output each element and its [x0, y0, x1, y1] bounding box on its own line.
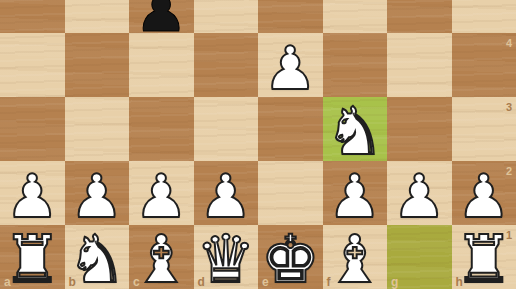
white-pawn[interactable]: ♟	[199, 166, 253, 226]
square-c1[interactable]: ♝c	[129, 225, 194, 289]
white-bishop[interactable]: ♝	[325, 227, 384, 289]
white-pawn[interactable]: ♟	[328, 166, 382, 226]
square-h1[interactable]: ♜1h	[452, 225, 516, 289]
square-a2[interactable]: ♟	[0, 161, 65, 225]
white-queen[interactable]: ♛	[196, 227, 255, 289]
white-pawn[interactable]: ♟	[134, 166, 188, 226]
square-d2[interactable]: ♟	[194, 161, 259, 225]
square-h3[interactable]: 3	[452, 97, 516, 161]
square-d1[interactable]: ♛d	[194, 225, 259, 289]
square-g4[interactable]	[387, 33, 452, 97]
square-e2[interactable]	[258, 161, 323, 225]
white-pawn[interactable]: ♟	[70, 166, 124, 226]
white-king[interactable]: ♚	[261, 227, 320, 289]
white-knight[interactable]: ♞	[325, 99, 384, 165]
square-b1[interactable]: ♞b	[65, 225, 130, 289]
square-c2[interactable]: ♟	[129, 161, 194, 225]
square-c5[interactable]: ♟	[129, 0, 194, 33]
square-f2[interactable]: ♟	[323, 161, 388, 225]
white-pawn[interactable]: ♟	[5, 166, 59, 226]
square-g3[interactable]	[387, 97, 452, 161]
square-b2[interactable]: ♟	[65, 161, 130, 225]
square-f4[interactable]	[323, 33, 388, 97]
square-b4[interactable]	[65, 33, 130, 97]
square-e3[interactable]	[258, 97, 323, 161]
square-h2[interactable]: ♟2	[452, 161, 516, 225]
square-b5[interactable]	[65, 0, 130, 33]
square-g5[interactable]	[387, 0, 452, 33]
white-rook[interactable]: ♜	[454, 227, 513, 289]
file-label-g: g	[391, 276, 398, 288]
square-a1[interactable]: ♜a	[0, 225, 65, 289]
square-e5[interactable]	[258, 0, 323, 33]
square-a3[interactable]	[0, 97, 65, 161]
black-pawn[interactable]: ♟	[134, 0, 188, 40]
square-d5[interactable]	[194, 0, 259, 33]
square-f3[interactable]: ♞	[323, 97, 388, 161]
square-a4[interactable]	[0, 33, 65, 97]
square-f1[interactable]: ♝f	[323, 225, 388, 289]
square-b3[interactable]	[65, 97, 130, 161]
square-h4[interactable]: 4	[452, 33, 516, 97]
chess-app-viewport: ♟♟4♞3♟♟♟♟♟♟♟2♜a♞b♝c♛d♚e♝fg♜1h	[0, 0, 516, 289]
white-bishop[interactable]: ♝	[132, 227, 191, 289]
square-h5[interactable]	[452, 0, 516, 33]
square-c3[interactable]	[129, 97, 194, 161]
square-f5[interactable]	[323, 0, 388, 33]
square-d3[interactable]	[194, 97, 259, 161]
white-pawn[interactable]: ♟	[457, 166, 511, 226]
square-e4[interactable]: ♟	[258, 33, 323, 97]
white-pawn[interactable]: ♟	[392, 166, 446, 226]
white-pawn[interactable]: ♟	[263, 38, 317, 98]
chess-board[interactable]: ♟♟4♞3♟♟♟♟♟♟♟2♜a♞b♝c♛d♚e♝fg♜1h	[0, 0, 516, 289]
white-rook[interactable]: ♜	[3, 227, 62, 289]
white-knight[interactable]: ♞	[67, 227, 126, 289]
rank-label-3: 3	[506, 102, 512, 113]
square-g1[interactable]: g	[387, 225, 452, 289]
rank-label-4: 4	[506, 38, 512, 49]
square-a5[interactable]	[0, 0, 65, 33]
square-d4[interactable]	[194, 33, 259, 97]
square-g2[interactable]: ♟	[387, 161, 452, 225]
square-e1[interactable]: ♚e	[258, 225, 323, 289]
